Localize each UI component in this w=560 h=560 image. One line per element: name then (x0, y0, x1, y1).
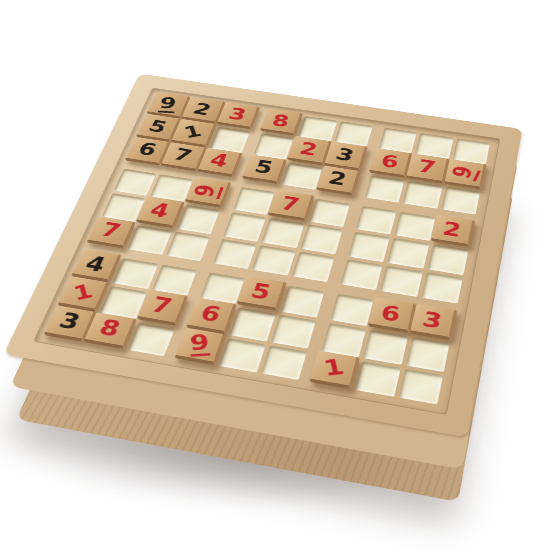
cell-r6c6[interactable] (292, 251, 335, 282)
tile-number: 2 (191, 100, 214, 118)
cell-r4c7[interactable] (356, 206, 397, 235)
cell-r4c8[interactable] (395, 212, 436, 241)
tile-number: 4 (83, 253, 109, 274)
tile-number: 3 (226, 106, 248, 123)
cell-r4c3[interactable]: 9 (187, 180, 229, 208)
scene: 92351674823526799477241738569631 (0, 0, 560, 560)
tile-number: 8 (271, 112, 291, 129)
cell-r5c5[interactable] (262, 218, 304, 247)
cell-r6c5[interactable] (252, 245, 295, 276)
cell-r9c9[interactable] (398, 368, 443, 404)
cell-r5c3[interactable] (177, 205, 220, 234)
tile-9-r2c9[interactable]: 9 (444, 159, 487, 189)
tile-6-r7c8[interactable]: 6 (368, 297, 416, 334)
tile-number: 7 (171, 146, 195, 165)
cell-r4c5[interactable]: 7 (271, 193, 312, 221)
tile-number: 4 (208, 151, 231, 169)
tile-5-r3c4[interactable]: 5 (242, 154, 287, 184)
box-1-2: 82352 (240, 108, 377, 199)
tile-number: 3 (421, 309, 444, 332)
tile-number: 7 (98, 220, 123, 240)
cell-r2c5[interactable]: 2 (290, 139, 330, 165)
tile-3-r1c3[interactable]: 3 (216, 102, 260, 130)
cell-r3c8[interactable] (403, 181, 443, 209)
cell-r7c9[interactable]: 3 (413, 307, 456, 340)
tile-number: 5 (252, 158, 275, 177)
cell-r5c9[interactable] (427, 244, 468, 275)
tile-8-r1c4[interactable]: 8 (260, 108, 304, 136)
cell-r9c3[interactable] (127, 322, 174, 356)
tile-number: 6 (380, 153, 399, 171)
cell-r8c8[interactable] (363, 330, 407, 364)
cell-r1c4[interactable]: 8 (262, 111, 301, 136)
box-1-1: 92351674 (123, 92, 263, 180)
tile-number: 9 (158, 95, 178, 113)
tile-number: 6 (136, 141, 159, 159)
tile-number: 5 (248, 281, 273, 303)
tile-number: 1 (322, 356, 347, 380)
cell-r8c6[interactable] (271, 315, 316, 349)
cell-r5c2[interactable]: 4 (139, 199, 182, 228)
tile-number: 7 (416, 158, 437, 177)
cell-r3c4[interactable]: 5 (245, 157, 286, 184)
tile-number: 4 (147, 201, 171, 221)
cell-r6c2[interactable] (128, 225, 172, 255)
tile-number: 3 (56, 310, 83, 333)
tile-6-r2c7[interactable]: 6 (369, 148, 412, 178)
cell-r6c9[interactable] (421, 272, 463, 304)
tile-number: 1 (182, 123, 204, 141)
box-2-2: 7 (208, 184, 354, 286)
cell-r9c6[interactable] (261, 345, 307, 380)
cell-r2c7[interactable]: 6 (372, 151, 411, 178)
cell-r5c4[interactable] (223, 212, 266, 241)
tile-7-r4c5[interactable]: 7 (268, 190, 314, 222)
cell-r5c8[interactable] (388, 238, 429, 268)
tile-2-r4c9[interactable]: 2 (431, 215, 476, 248)
cell-r4c6[interactable] (309, 199, 350, 228)
cell-r3c9[interactable] (441, 186, 480, 214)
cell-r3c7[interactable] (365, 175, 405, 203)
tile-number: 7 (149, 294, 175, 317)
tile-number: 2 (326, 169, 348, 188)
cell-r9c4[interactable]: 9 (178, 331, 225, 365)
tile-9-r9c4[interactable]: 9 (175, 327, 227, 365)
tile-7-r2c8[interactable]: 7 (406, 154, 449, 184)
cell-r7c5[interactable]: 5 (240, 279, 284, 311)
cell-r7c7[interactable] (330, 294, 374, 327)
box-1-3: 679 (360, 125, 494, 218)
tile-number: 8 (96, 317, 123, 340)
tile-number: 5 (146, 118, 170, 136)
box-2-1: 947 (84, 166, 234, 265)
grid-recess: 92351674823526799477241738569631 (34, 88, 499, 414)
tile-1-r9c7[interactable]: 1 (309, 350, 360, 389)
tile-3-r7c9[interactable]: 3 (409, 304, 457, 341)
cell-r6c3[interactable] (166, 231, 210, 261)
cell-r8c9[interactable] (406, 337, 450, 372)
tile-number: 1 (71, 281, 95, 304)
box-3-2: 569 (172, 269, 329, 384)
cell-r8c3[interactable]: 7 (140, 293, 186, 326)
tile-number: 3 (333, 145, 356, 164)
tile-number: 2 (441, 219, 463, 239)
cell-r6c1[interactable]: 7 (90, 219, 135, 248)
cell-r8c5[interactable] (230, 308, 275, 341)
cell-r2c9[interactable]: 9 (447, 162, 485, 189)
box-3-3: 631 (307, 290, 460, 408)
cell-r5c7[interactable] (348, 232, 390, 262)
tile-number: 6 (380, 302, 401, 324)
cell-r4c9[interactable]: 2 (434, 218, 474, 247)
tile-number: 9 (448, 164, 481, 182)
cell-r7c8[interactable]: 6 (371, 300, 414, 333)
cell-r5c6[interactable] (300, 224, 342, 254)
tile-number: 9 (189, 332, 210, 357)
tile-number: 6 (198, 303, 224, 326)
cell-r9c8[interactable] (355, 361, 400, 397)
cell-r3c6[interactable]: 2 (319, 168, 359, 195)
cell-r3c3[interactable]: 4 (200, 150, 241, 177)
cell-r3c5[interactable] (282, 163, 322, 190)
cell-r7c6[interactable] (280, 286, 324, 318)
tile-2-r3c6[interactable]: 2 (316, 165, 361, 195)
cell-r6c4[interactable] (213, 239, 257, 269)
cell-r2c8[interactable]: 7 (409, 156, 448, 183)
cell-r7c2[interactable] (113, 258, 158, 289)
tile-number: 2 (297, 140, 319, 158)
cell-r4c1[interactable] (114, 169, 157, 196)
box-2-3: 2 (335, 203, 478, 308)
cell-r9c2[interactable]: 8 (87, 315, 135, 349)
tile-number: 7 (279, 194, 302, 214)
cell-r1c3[interactable]: 3 (219, 105, 258, 130)
tile-5-r7c5[interactable]: 5 (237, 276, 286, 312)
tile-number: 9 (191, 183, 224, 199)
sudoku-grid: 92351674823526799477241738569631 (34, 88, 499, 414)
wooden-sudoku-board: 92351674823526799477241738569631 (68, 18, 498, 448)
cell-r6c8[interactable] (380, 265, 422, 296)
cell-r9c7[interactable]: 1 (313, 354, 359, 389)
cell-r9c5[interactable] (219, 338, 266, 373)
cell-r6c7[interactable] (340, 259, 383, 290)
